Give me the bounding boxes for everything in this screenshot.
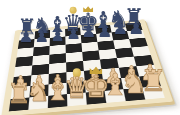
- square-a1: [9, 97, 30, 111]
- board-perspective-wrap: [1, 19, 173, 115]
- gold-ball-accent: [69, 7, 76, 14]
- square-c1: [48, 94, 67, 108]
- gold-crown-accent: [83, 6, 93, 12]
- square-f1: [105, 89, 126, 103]
- board-frame: [1, 19, 173, 115]
- chess-set-photo: ♜♞♝♛♚♝♞♜♟♟♟♟♟♟♟♟♟♟♟♟♟♟♟♟♜♞♝♛♚♝♞♜: [0, 0, 180, 115]
- square-b1: [28, 95, 48, 109]
- chess-board: [9, 22, 165, 111]
- square-e1: [86, 90, 107, 104]
- square-h1: [142, 85, 165, 99]
- square-d1: [67, 92, 87, 106]
